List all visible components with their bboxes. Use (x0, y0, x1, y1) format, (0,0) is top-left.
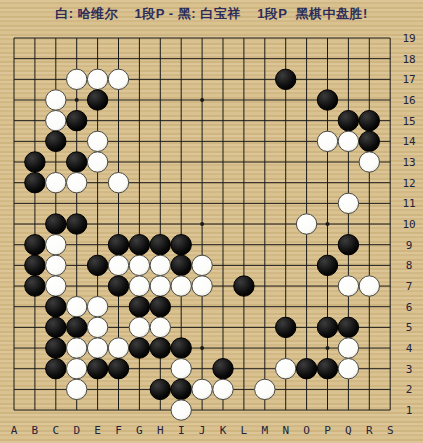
star-point (326, 346, 330, 350)
stone-black-G9 (129, 235, 149, 255)
row-label-9: 9 (406, 239, 413, 252)
stone-white-H5 (150, 317, 170, 337)
star-point (200, 346, 204, 350)
stone-black-P16 (317, 90, 337, 110)
stone-black-P5 (317, 317, 337, 337)
stone-black-C4 (46, 338, 66, 358)
row-label-4: 4 (406, 342, 413, 355)
row-label-16: 16 (402, 94, 415, 107)
column-label-B: B (32, 424, 39, 437)
stone-white-F4 (108, 338, 128, 358)
stone-white-C12 (46, 172, 66, 192)
stone-white-G5 (129, 317, 149, 337)
column-label-N: N (282, 424, 289, 437)
row-label-2: 2 (406, 383, 413, 396)
stone-white-E6 (87, 297, 107, 317)
row-label-1: 1 (406, 404, 413, 417)
star-point (200, 222, 204, 226)
stone-black-H2 (150, 379, 170, 399)
stone-white-Q3 (338, 359, 358, 379)
stone-white-H8 (150, 255, 170, 275)
stone-white-E14 (87, 131, 107, 151)
stone-white-C7 (46, 276, 66, 296)
stone-black-B13 (25, 152, 45, 172)
stone-white-D2 (67, 379, 87, 399)
row-label-5: 5 (406, 321, 413, 334)
stone-white-G7 (129, 276, 149, 296)
column-label-K: K (220, 424, 227, 437)
stone-black-L7 (234, 276, 254, 296)
row-label-15: 15 (402, 115, 415, 128)
stone-black-C5 (46, 317, 66, 337)
stone-black-G4 (129, 338, 149, 358)
column-label-Q: Q (345, 424, 352, 437)
column-label-C: C (52, 424, 59, 437)
column-label-G: G (136, 424, 143, 437)
column-label-D: D (73, 424, 80, 437)
stone-black-R14 (359, 131, 379, 151)
stone-black-Q5 (338, 317, 358, 337)
row-label-6: 6 (406, 301, 413, 314)
stone-white-E5 (87, 317, 107, 337)
stone-white-I7 (171, 276, 191, 296)
stone-black-B12 (25, 172, 45, 192)
column-label-H: H (157, 424, 164, 437)
stone-black-I9 (171, 235, 191, 255)
stone-black-E16 (87, 90, 107, 110)
stone-black-H6 (150, 297, 170, 317)
stone-white-E4 (87, 338, 107, 358)
stone-white-H7 (150, 276, 170, 296)
stone-black-B8 (25, 255, 45, 275)
stone-white-C16 (46, 90, 66, 110)
stone-white-G8 (129, 255, 149, 275)
stone-white-F17 (108, 69, 128, 89)
column-label-P: P (324, 424, 331, 437)
stone-black-D15 (67, 110, 87, 130)
column-label-L: L (241, 424, 248, 437)
row-label-10: 10 (402, 218, 415, 231)
stone-white-J2 (192, 379, 212, 399)
stone-black-P8 (317, 255, 337, 275)
stone-white-E13 (87, 152, 107, 172)
star-point (326, 222, 330, 226)
row-label-12: 12 (402, 177, 415, 190)
column-label-A: A (11, 424, 18, 437)
column-label-R: R (366, 424, 373, 437)
stone-white-D6 (67, 297, 87, 317)
stone-white-M2 (255, 379, 275, 399)
stone-black-C3 (46, 359, 66, 379)
stone-white-F12 (108, 172, 128, 192)
stone-white-E17 (87, 69, 107, 89)
stone-black-B9 (25, 235, 45, 255)
stone-white-J7 (192, 276, 212, 296)
row-label-8: 8 (406, 259, 413, 272)
stone-white-J8 (192, 255, 212, 275)
column-label-I: I (178, 424, 185, 437)
stone-black-C14 (46, 131, 66, 151)
column-label-S: S (387, 424, 394, 437)
stone-black-D5 (67, 317, 87, 337)
stone-black-C6 (46, 297, 66, 317)
column-label-E: E (94, 424, 101, 437)
row-label-14: 14 (402, 135, 416, 148)
stone-white-Q14 (338, 131, 358, 151)
stone-white-R7 (359, 276, 379, 296)
stone-white-D3 (67, 359, 87, 379)
stone-black-H4 (150, 338, 170, 358)
stone-white-I3 (171, 359, 191, 379)
stone-white-N3 (276, 359, 296, 379)
row-label-18: 18 (402, 53, 415, 66)
column-label-J: J (199, 424, 206, 437)
stone-black-K3 (213, 359, 233, 379)
row-label-3: 3 (406, 363, 413, 376)
stone-black-O3 (296, 359, 316, 379)
stone-white-C8 (46, 255, 66, 275)
stone-black-N5 (276, 317, 296, 337)
stone-black-F9 (108, 235, 128, 255)
row-label-19: 19 (402, 32, 415, 45)
stone-white-D12 (67, 172, 87, 192)
stone-black-D10 (67, 214, 87, 234)
stone-black-F3 (108, 359, 128, 379)
stone-black-P3 (317, 359, 337, 379)
stone-white-K2 (213, 379, 233, 399)
column-label-M: M (261, 424, 268, 437)
stone-white-Q11 (338, 193, 358, 213)
stone-black-F7 (108, 276, 128, 296)
stone-white-R13 (359, 152, 379, 172)
star-point (75, 98, 79, 102)
column-label-F: F (115, 424, 122, 437)
stone-black-E8 (87, 255, 107, 275)
stone-black-G6 (129, 297, 149, 317)
stone-black-B7 (25, 276, 45, 296)
row-label-13: 13 (402, 156, 415, 169)
stone-white-I1 (171, 400, 191, 420)
stone-white-F8 (108, 255, 128, 275)
stone-black-C10 (46, 214, 66, 234)
row-label-17: 17 (402, 73, 415, 86)
stone-black-I8 (171, 255, 191, 275)
stone-black-I2 (171, 379, 191, 399)
stone-black-E3 (87, 359, 107, 379)
column-label-O: O (303, 424, 310, 437)
stone-white-Q7 (338, 276, 358, 296)
stone-white-C9 (46, 235, 66, 255)
stone-black-Q15 (338, 110, 358, 130)
row-label-11: 11 (402, 197, 415, 210)
stone-white-O10 (296, 214, 316, 234)
stone-white-Q4 (338, 338, 358, 358)
star-point (200, 98, 204, 102)
stone-black-D13 (67, 152, 87, 172)
stone-white-D17 (67, 69, 87, 89)
stone-black-R15 (359, 110, 379, 130)
row-label-7: 7 (406, 280, 413, 293)
stone-white-C15 (46, 110, 66, 130)
stone-white-P14 (317, 131, 337, 151)
stone-black-N17 (276, 69, 296, 89)
stone-black-H9 (150, 235, 170, 255)
stone-white-D4 (67, 338, 87, 358)
stone-black-Q9 (338, 235, 358, 255)
go-board[interactable]: ABCDEFGHIJKLMNOPQRS191817161514131211109… (0, 0, 423, 443)
stone-black-I4 (171, 338, 191, 358)
